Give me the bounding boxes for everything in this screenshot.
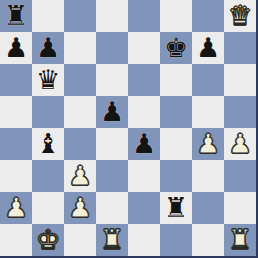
white-pawn: ♟ xyxy=(228,130,252,157)
square-h7[interactable] xyxy=(224,32,256,64)
black-pawn: ♟ xyxy=(132,130,156,157)
square-b3[interactable] xyxy=(32,160,64,192)
square-g3[interactable] xyxy=(192,160,224,192)
square-e4[interactable]: ♟ xyxy=(128,128,160,160)
white-rook: ♜ xyxy=(228,226,252,253)
white-king: ♚ xyxy=(36,226,60,253)
square-b5[interactable] xyxy=(32,96,64,128)
square-b1[interactable]: ♚ xyxy=(32,224,64,256)
square-d1[interactable]: ♜ xyxy=(96,224,128,256)
square-c6[interactable] xyxy=(64,64,96,96)
white-queen: ♛ xyxy=(228,2,252,29)
square-a6[interactable] xyxy=(0,64,32,96)
white-pawn: ♟ xyxy=(68,194,92,221)
white-rook: ♜ xyxy=(100,226,124,253)
square-e2[interactable] xyxy=(128,192,160,224)
square-c7[interactable] xyxy=(64,32,96,64)
square-c5[interactable] xyxy=(64,96,96,128)
square-a5[interactable] xyxy=(0,96,32,128)
square-g7[interactable]: ♟ xyxy=(192,32,224,64)
square-e5[interactable] xyxy=(128,96,160,128)
square-f3[interactable] xyxy=(160,160,192,192)
black-queen: ♛ xyxy=(36,66,60,93)
square-g4[interactable]: ♟ xyxy=(192,128,224,160)
square-a7[interactable]: ♟ xyxy=(0,32,32,64)
square-a4[interactable] xyxy=(0,128,32,160)
square-b7[interactable]: ♟ xyxy=(32,32,64,64)
square-d5[interactable]: ♟ xyxy=(96,96,128,128)
square-g5[interactable] xyxy=(192,96,224,128)
square-f4[interactable] xyxy=(160,128,192,160)
black-king: ♚ xyxy=(164,34,188,61)
black-rook: ♜ xyxy=(164,194,188,221)
square-g6[interactable] xyxy=(192,64,224,96)
square-d7[interactable] xyxy=(96,32,128,64)
square-e1[interactable] xyxy=(128,224,160,256)
square-h2[interactable] xyxy=(224,192,256,224)
square-f7[interactable]: ♚ xyxy=(160,32,192,64)
square-h8[interactable]: ♛ xyxy=(224,0,256,32)
square-f2[interactable]: ♜ xyxy=(160,192,192,224)
square-c3[interactable]: ♟ xyxy=(64,160,96,192)
chess-board-wrapper: ♜♛♟♟♚♟♛♟♝♟♟♟♟♟♟♜♚♜♜ xyxy=(0,0,258,258)
square-a8[interactable]: ♜ xyxy=(0,0,32,32)
square-a3[interactable] xyxy=(0,160,32,192)
black-pawn: ♟ xyxy=(36,34,60,61)
square-h6[interactable] xyxy=(224,64,256,96)
square-a1[interactable] xyxy=(0,224,32,256)
square-f1[interactable] xyxy=(160,224,192,256)
square-b6[interactable]: ♛ xyxy=(32,64,64,96)
square-d2[interactable] xyxy=(96,192,128,224)
square-c8[interactable] xyxy=(64,0,96,32)
square-e7[interactable] xyxy=(128,32,160,64)
white-pawn: ♟ xyxy=(4,194,28,221)
square-e6[interactable] xyxy=(128,64,160,96)
square-d6[interactable] xyxy=(96,64,128,96)
square-h4[interactable]: ♟ xyxy=(224,128,256,160)
square-e8[interactable] xyxy=(128,0,160,32)
square-a2[interactable]: ♟ xyxy=(0,192,32,224)
square-h3[interactable] xyxy=(224,160,256,192)
white-pawn: ♟ xyxy=(68,162,92,189)
square-d8[interactable] xyxy=(96,0,128,32)
square-g8[interactable] xyxy=(192,0,224,32)
square-b8[interactable] xyxy=(32,0,64,32)
square-g2[interactable] xyxy=(192,192,224,224)
square-d3[interactable] xyxy=(96,160,128,192)
square-f6[interactable] xyxy=(160,64,192,96)
square-c2[interactable]: ♟ xyxy=(64,192,96,224)
black-bishop: ♝ xyxy=(36,130,60,157)
square-b4[interactable]: ♝ xyxy=(32,128,64,160)
square-d4[interactable] xyxy=(96,128,128,160)
square-e3[interactable] xyxy=(128,160,160,192)
black-pawn: ♟ xyxy=(100,98,124,125)
square-b2[interactable] xyxy=(32,192,64,224)
square-f8[interactable] xyxy=(160,0,192,32)
white-pawn: ♟ xyxy=(196,130,220,157)
square-c1[interactable] xyxy=(64,224,96,256)
square-g1[interactable] xyxy=(192,224,224,256)
black-pawn: ♟ xyxy=(4,34,28,61)
black-rook: ♜ xyxy=(4,2,28,29)
square-h5[interactable] xyxy=(224,96,256,128)
black-pawn: ♟ xyxy=(196,34,220,61)
square-c4[interactable] xyxy=(64,128,96,160)
chess-board: ♜♛♟♟♚♟♛♟♝♟♟♟♟♟♟♜♚♜♜ xyxy=(0,0,258,258)
square-h1[interactable]: ♜ xyxy=(224,224,256,256)
square-f5[interactable] xyxy=(160,96,192,128)
